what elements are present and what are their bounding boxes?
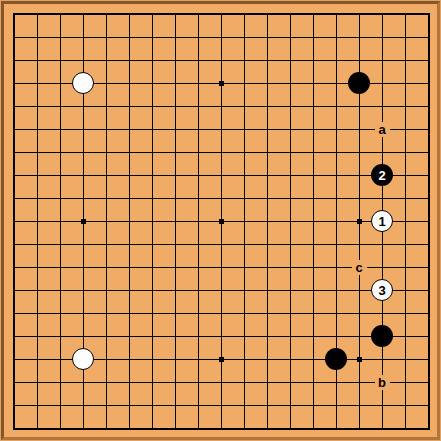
stone-black [325,348,347,370]
stone-white-1: 1 [371,210,393,232]
go-board: 213acb [0,0,441,441]
point-label-c: c [352,260,367,275]
star-point [219,357,224,362]
stone-white [72,348,94,370]
stone-black [371,325,393,347]
star-point [219,81,224,86]
board-intersections: 213acb [3,3,440,440]
point-label-b: b [375,375,390,390]
star-point [81,219,86,224]
stone-white-3: 3 [371,279,393,301]
point-label-a: a [375,122,390,137]
stone-black [348,72,370,94]
star-point [219,219,224,224]
stone-white [72,72,94,94]
star-point [357,357,362,362]
stone-black-2: 2 [371,164,393,186]
star-point [357,219,362,224]
